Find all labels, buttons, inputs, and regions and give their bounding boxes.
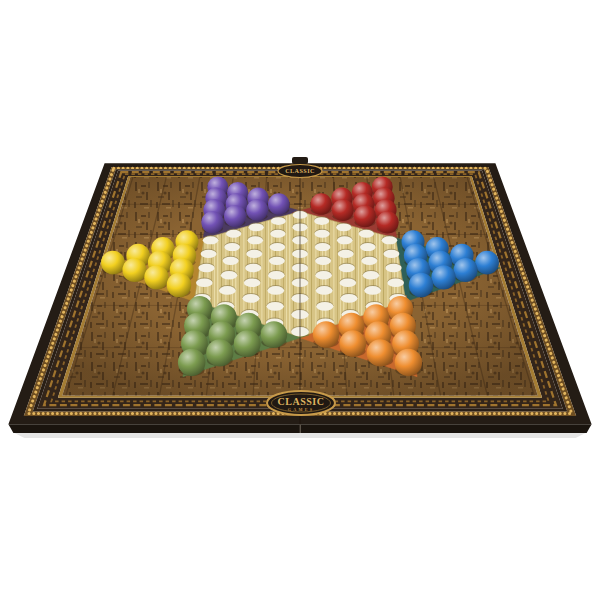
board-hole[interactable] [315, 271, 331, 280]
marble-yellow[interactable] [101, 251, 125, 275]
marble-yellow[interactable] [167, 273, 192, 298]
board-hole[interactable] [361, 257, 377, 265]
board-hole[interactable] [364, 286, 381, 295]
board-hole[interactable] [384, 250, 400, 258]
fold-hinge-tab [292, 157, 308, 164]
marble-orange[interactable] [395, 349, 423, 377]
board-hole[interactable] [387, 278, 404, 287]
marble-purple[interactable] [224, 205, 246, 227]
board-hole[interactable] [269, 257, 285, 265]
marble-green[interactable] [234, 330, 261, 357]
board-hole[interactable] [336, 223, 351, 231]
board-drop-shadow [14, 433, 585, 438]
board-hole[interactable] [245, 264, 261, 272]
board-hole[interactable] [249, 223, 264, 231]
board-hole[interactable] [226, 230, 241, 238]
brand-logo-top: CLASSIC [278, 165, 322, 178]
board-hole[interactable] [267, 302, 284, 311]
board-hole[interactable] [363, 271, 379, 280]
marble-blue[interactable] [475, 251, 499, 275]
marble-orange[interactable] [367, 339, 394, 366]
marble-blue[interactable] [454, 258, 478, 282]
marble-red[interactable] [376, 211, 398, 233]
board-hole[interactable] [268, 271, 284, 280]
marble-yellow[interactable] [122, 258, 146, 282]
board-hole[interactable] [316, 302, 333, 311]
board-hole[interactable] [198, 264, 214, 272]
board-hole[interactable] [314, 217, 329, 225]
marble-orange[interactable] [339, 330, 366, 357]
board-hole[interactable] [203, 236, 218, 244]
board-hole[interactable] [314, 230, 329, 238]
brand-logo-bottom: CLASSIC GAMES [267, 391, 335, 415]
marble-purple[interactable] [246, 199, 268, 221]
board-hole[interactable] [385, 264, 401, 272]
marble-purple[interactable] [268, 193, 290, 215]
marble-red[interactable] [332, 199, 354, 221]
marble-red[interactable] [310, 193, 332, 215]
board-hole[interactable] [315, 243, 331, 251]
board-hole[interactable] [271, 217, 286, 225]
board-hole[interactable] [201, 250, 217, 258]
board-hole[interactable] [219, 286, 236, 295]
brand-logo-bottom-title: CLASSIC [278, 396, 325, 407]
marble-green[interactable] [261, 321, 287, 347]
board-fold-slot [300, 424, 301, 433]
marble-yellow[interactable] [144, 265, 168, 289]
board-hole[interactable] [196, 278, 213, 287]
board-hole[interactable] [243, 294, 260, 303]
marble-orange[interactable] [313, 321, 339, 347]
board-hole[interactable] [244, 278, 261, 287]
board-hole[interactable] [316, 286, 333, 295]
marble-green[interactable] [206, 339, 233, 366]
board-hole[interactable] [221, 271, 237, 280]
brand-logo-top-title: CLASSIC [285, 167, 315, 174]
brand-logo-bottom-subtitle: GAMES [288, 407, 314, 412]
board-hole[interactable] [248, 236, 263, 244]
board-hole[interactable] [267, 286, 284, 295]
marble-blue[interactable] [409, 273, 434, 298]
board-hole[interactable] [337, 236, 352, 244]
marble-green[interactable] [178, 349, 206, 377]
board-hole[interactable] [270, 243, 286, 251]
board-hole[interactable] [339, 264, 355, 272]
marble-blue[interactable] [431, 265, 455, 289]
board-hole[interactable] [360, 243, 376, 251]
board-hole[interactable] [382, 236, 397, 244]
marble-purple[interactable] [201, 211, 223, 233]
board-hole[interactable] [340, 278, 357, 287]
board-hole[interactable] [315, 257, 331, 265]
board-hole[interactable] [270, 230, 285, 238]
board-hole[interactable] [224, 243, 240, 251]
board-hole[interactable] [359, 230, 374, 238]
chinese-checkers-board-photo: CLASSIC CLASSIC GAMES [0, 0, 600, 600]
product-photo-stage: CLASSIC CLASSIC GAMES [0, 0, 600, 600]
board-hole[interactable] [223, 257, 239, 265]
marble-red[interactable] [354, 205, 376, 227]
board-hole[interactable] [341, 294, 358, 303]
board-hole[interactable] [246, 250, 262, 258]
board-hole[interactable] [338, 250, 354, 258]
